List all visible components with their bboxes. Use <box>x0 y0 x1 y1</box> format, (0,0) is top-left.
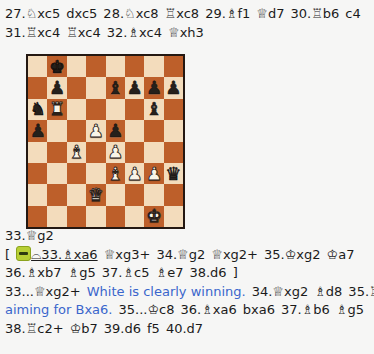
square-f4[interactable] <box>125 142 144 163</box>
square-h3[interactable]: ♛ <box>164 163 183 184</box>
move-token[interactable]: f5 <box>147 321 160 336</box>
move-token[interactable]: 35.♔xg2 <box>264 247 321 262</box>
square-a5[interactable]: ♟ <box>28 120 47 141</box>
square-a2[interactable] <box>28 184 47 205</box>
move-token[interactable]: ♗g5 <box>336 302 364 317</box>
move-token[interactable]: ♖xc4 <box>66 25 101 40</box>
square-h1[interactable] <box>164 206 183 227</box>
square-a3[interactable] <box>28 163 47 184</box>
move-token[interactable]: c4 <box>345 6 360 21</box>
move-token[interactable]: 38.♖c2+ <box>5 321 64 336</box>
square-c1[interactable] <box>67 206 86 227</box>
square-b8[interactable]: ♚ <box>47 56 66 77</box>
move-token[interactable]: ♖xc8 <box>165 6 200 21</box>
moves-top-line-2: 31.♖xc4♖xc432.♗xc4♕xh3 <box>5 24 371 43</box>
square-f1[interactable] <box>125 206 144 227</box>
move-token[interactable]: 35.♖b2 <box>348 284 374 299</box>
moves-bottom-line-2: [⌓33.♗xa6♕xg3+34.♕g2♕xg2+35.♔xg2♔a7 <box>5 246 371 265</box>
moves-bottom-line-4: 33...♕xg2+White is clearly winning.34.♕x… <box>5 283 371 302</box>
move-token[interactable]: [ <box>5 247 10 262</box>
square-e8[interactable] <box>106 56 125 77</box>
square-g3[interactable]: ♟ <box>144 163 163 184</box>
move-token[interactable]: 40.d7 <box>166 321 203 336</box>
square-d5[interactable]: ♟ <box>86 120 105 141</box>
square-h4[interactable] <box>164 142 183 163</box>
move-token[interactable]: 30.♖b6 <box>291 6 340 21</box>
piece-black-pawn-e5[interactable]: ♟ <box>107 121 123 139</box>
square-d2[interactable]: ♛ <box>86 184 105 205</box>
square-d3[interactable] <box>86 163 105 184</box>
square-d1[interactable] <box>86 206 105 227</box>
square-b4[interactable] <box>47 142 66 163</box>
square-a8[interactable] <box>28 56 47 77</box>
square-c3[interactable] <box>67 163 86 184</box>
square-d6[interactable] <box>86 99 105 120</box>
piece-black-pawn-h7[interactable]: ♟ <box>165 79 181 97</box>
piece-white-pawn-e4[interactable]: ♟ <box>107 143 123 161</box>
square-g5[interactable] <box>144 120 163 141</box>
move-token[interactable]: 32.♗xc4 <box>107 25 162 40</box>
moves-top-line-1: 27.♘xc5dxc528.♘xc8♖xc829.♗f1♕d730.♖b6c4 <box>5 5 371 24</box>
move-token[interactable]: 39.d6 <box>104 321 141 336</box>
annotation-text: White is clearly winning. <box>87 284 246 299</box>
square-a7[interactable] <box>28 77 47 98</box>
square-e1[interactable] <box>106 206 125 227</box>
move-token[interactable]: 36.♗xb7 <box>5 265 62 280</box>
move-token[interactable]: ♕xh3 <box>168 25 204 40</box>
move-token[interactable]: 31.♖xc4 <box>5 25 60 40</box>
move-token[interactable]: 27.♘xc5 <box>5 6 60 21</box>
square-f8[interactable] <box>125 56 144 77</box>
move-token[interactable]: ♕d7 <box>256 6 284 21</box>
square-f7[interactable]: ♟ <box>125 77 144 98</box>
square-e3[interactable]: ♝ <box>106 163 125 184</box>
piece-black-pawn-f7[interactable]: ♟ <box>127 79 143 97</box>
square-f5[interactable] <box>125 120 144 141</box>
square-h8[interactable] <box>164 56 183 77</box>
notation-block-bottom: 33.♕g2[⌓33.♗xa6♕xg3+34.♕g2♕xg2+35.♔xg2♔a… <box>5 227 371 338</box>
square-c2[interactable] <box>67 184 86 205</box>
square-d4[interactable] <box>86 142 105 163</box>
moves-bottom-line-5: aiming for Bxa6.35...♔c836.♗xa6bxa637.♗b… <box>5 301 371 320</box>
move-token[interactable]: 36.♗xa6 <box>180 302 236 317</box>
piece-black-pawn-g7[interactable]: ♟ <box>146 79 162 97</box>
piece-white-pawn-g3[interactable]: ♟ <box>146 164 162 182</box>
move-token[interactable]: ♗e7 <box>155 265 183 280</box>
move-token[interactable]: 33.♕g2 <box>5 228 54 243</box>
square-e7[interactable]: ♝ <box>106 77 125 98</box>
move-token[interactable]: ♕xg2+ <box>211 247 258 262</box>
piece-black-bishop-e7[interactable]: ♝ <box>107 79 123 97</box>
piece-black-pawn-a5[interactable]: ♟ <box>30 121 46 139</box>
square-h6[interactable] <box>164 99 183 120</box>
move-token[interactable]: ♗d8 <box>314 284 342 299</box>
square-c8[interactable] <box>67 56 86 77</box>
notation-block-top: 27.♘xc5dxc528.♘xc8♖xc829.♗f1♕d730.♖b6c43… <box>5 5 371 42</box>
move-token[interactable]: 37.♗c5 <box>102 265 150 280</box>
square-f3[interactable]: ♟ <box>125 163 144 184</box>
square-c7[interactable] <box>67 77 86 98</box>
square-e5[interactable]: ♟ <box>106 120 125 141</box>
square-c5[interactable] <box>67 120 86 141</box>
square-g6[interactable]: ♝ <box>144 99 163 120</box>
moves-bottom-line-6: 38.♖c2+♔b739.d6f540.d7 <box>5 320 371 339</box>
piece-white-queen-d2[interactable]: ♛ <box>88 186 104 204</box>
piece-black-knight-a6[interactable]: ♞ <box>30 100 46 118</box>
move-token[interactable]: 37.♗b6 <box>281 302 330 317</box>
square-b6[interactable]: ♜ <box>47 99 66 120</box>
square-c4[interactable]: ♝ <box>67 142 86 163</box>
move-token[interactable]: ⌓33.♗xa6 <box>31 247 98 262</box>
square-g8[interactable] <box>144 56 163 77</box>
move-token[interactable]: ♕xg3+ <box>104 247 151 262</box>
square-a4[interactable] <box>28 142 47 163</box>
piece-black-pawn-b7[interactable]: ♟ <box>49 79 65 97</box>
square-d8[interactable] <box>86 56 105 77</box>
piece-white-bishop-e3[interactable]: ♝ <box>107 164 123 182</box>
move-token[interactable]: ♔b7 <box>70 321 98 336</box>
move-token[interactable]: dxc5 <box>66 6 97 21</box>
move-token[interactable]: 28.♘xc8 <box>103 6 158 21</box>
square-b7[interactable]: ♟ <box>47 77 66 98</box>
square-f2[interactable] <box>125 184 144 205</box>
piece-black-bishop-g6[interactable]: ♝ <box>146 100 162 118</box>
square-c6[interactable] <box>67 99 86 120</box>
piece-black-queen-h3[interactable]: ♛ <box>165 164 181 182</box>
square-g2[interactable] <box>144 184 163 205</box>
piece-black-king-b8[interactable]: ♚ <box>49 57 65 75</box>
annotation-text: aiming for Bxa6. <box>5 302 112 317</box>
square-b3[interactable] <box>47 163 66 184</box>
piece-white-rook-b6[interactable]: ♜ <box>49 100 65 118</box>
evaluation-equal-icon[interactable] <box>16 246 31 261</box>
move-token[interactable]: 34.♕g2 <box>156 247 205 262</box>
square-a1[interactable] <box>28 206 47 227</box>
move-token[interactable]: ] <box>233 265 238 280</box>
square-a6[interactable]: ♞ <box>28 99 47 120</box>
square-b5[interactable] <box>47 120 66 141</box>
moves-bottom-line-3: 36.♗xb7♗g537.♗c5♗e738.d6] <box>5 264 371 283</box>
chess-board: ♚♟♝♟♟♟♞♜♝♟♟♟♝♟♝♟♟♛♛♚ <box>26 54 185 229</box>
square-f6[interactable] <box>125 99 144 120</box>
piece-white-pawn-d5[interactable]: ♟ <box>88 121 104 139</box>
square-h5[interactable] <box>164 120 183 141</box>
square-d7[interactable] <box>86 77 105 98</box>
square-g1[interactable]: ♚ <box>144 206 163 227</box>
move-token[interactable]: 38.d6 <box>189 265 226 280</box>
move-token[interactable]: ♔a7 <box>327 247 355 262</box>
square-h2[interactable] <box>164 184 183 205</box>
square-b1[interactable] <box>47 206 66 227</box>
square-e2[interactable] <box>106 184 125 205</box>
square-g4[interactable] <box>144 142 163 163</box>
move-token[interactable]: 33...♕xg2+ <box>5 284 81 299</box>
move-token[interactable]: bxa6 <box>243 302 275 317</box>
move-token[interactable]: 35...♔c8 <box>118 302 174 317</box>
piece-white-king-g1[interactable]: ♚ <box>146 207 162 225</box>
square-h7[interactable]: ♟ <box>164 77 183 98</box>
square-e6[interactable] <box>106 99 125 120</box>
moves-bottom-line-1: 33.♕g2 <box>5 227 371 246</box>
piece-white-bishop-c4[interactable]: ♝ <box>68 143 84 161</box>
piece-white-pawn-f3[interactable]: ♟ <box>127 164 143 182</box>
move-token[interactable]: 29.♗f1 <box>205 6 250 21</box>
square-g7[interactable]: ♟ <box>144 77 163 98</box>
move-token[interactable]: 34.♕xg2 <box>252 284 309 299</box>
square-e4[interactable]: ♟ <box>106 142 125 163</box>
move-token[interactable]: ♗g5 <box>68 265 96 280</box>
square-b2[interactable] <box>47 184 66 205</box>
